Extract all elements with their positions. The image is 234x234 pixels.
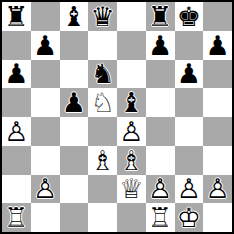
square-c5[interactable]: ♟ bbox=[60, 88, 89, 117]
piece-white-bishop: ♝♗ bbox=[117, 146, 146, 175]
square-c1[interactable] bbox=[60, 203, 89, 232]
square-g2[interactable]: ♟♙ bbox=[175, 175, 204, 204]
black-pawn-glyph: ♟ bbox=[2, 60, 31, 89]
square-e5[interactable]: ♝ bbox=[117, 88, 146, 117]
square-e1[interactable] bbox=[117, 203, 146, 232]
square-d8[interactable]: ♛ bbox=[88, 2, 117, 31]
white-pawn-glyph: ♙ bbox=[203, 175, 232, 204]
piece-white-rook: ♜♖ bbox=[2, 203, 31, 232]
piece-black-pawn: ♟ bbox=[175, 60, 204, 89]
piece-white-pawn: ♟♙ bbox=[146, 175, 175, 204]
piece-black-pawn: ♟ bbox=[31, 31, 60, 60]
piece-white-pawn: ♟♙ bbox=[2, 117, 31, 146]
white-pawn-glyph: ♙ bbox=[2, 117, 31, 146]
piece-black-pawn: ♟ bbox=[2, 60, 31, 89]
square-d7[interactable] bbox=[88, 31, 117, 60]
piece-black-rook: ♜ bbox=[2, 2, 31, 31]
square-a8[interactable]: ♜ bbox=[2, 2, 31, 31]
square-c6[interactable] bbox=[60, 60, 89, 89]
white-rook-glyph: ♖ bbox=[146, 203, 175, 232]
square-h6[interactable] bbox=[203, 60, 232, 89]
white-king-glyph: ♔ bbox=[175, 203, 204, 232]
piece-white-queen: ♛♕ bbox=[117, 175, 146, 204]
square-f6[interactable] bbox=[146, 60, 175, 89]
piece-black-pawn: ♟ bbox=[203, 31, 232, 60]
square-d2[interactable] bbox=[88, 175, 117, 204]
piece-black-bishop: ♝ bbox=[117, 88, 146, 117]
square-h5[interactable] bbox=[203, 88, 232, 117]
piece-black-pawn: ♟ bbox=[146, 31, 175, 60]
square-e8[interactable] bbox=[117, 2, 146, 31]
square-a6[interactable]: ♟ bbox=[2, 60, 31, 89]
square-f5[interactable] bbox=[146, 88, 175, 117]
square-c7[interactable] bbox=[60, 31, 89, 60]
piece-white-pawn: ♟♙ bbox=[203, 175, 232, 204]
square-c2[interactable] bbox=[60, 175, 89, 204]
black-pawn-glyph: ♟ bbox=[146, 31, 175, 60]
square-g1[interactable]: ♚♔ bbox=[175, 203, 204, 232]
white-knight-glyph: ♘ bbox=[88, 88, 117, 117]
piece-black-queen: ♛ bbox=[88, 2, 117, 31]
square-a3[interactable] bbox=[2, 146, 31, 175]
square-e2[interactable]: ♛♕ bbox=[117, 175, 146, 204]
piece-white-pawn: ♟♙ bbox=[175, 175, 204, 204]
square-d3[interactable]: ♝♗ bbox=[88, 146, 117, 175]
piece-black-bishop: ♝ bbox=[60, 2, 89, 31]
square-b8[interactable] bbox=[31, 2, 60, 31]
square-b2[interactable]: ♟♙ bbox=[31, 175, 60, 204]
white-queen-glyph: ♕ bbox=[117, 175, 146, 204]
piece-black-king: ♚ bbox=[175, 2, 204, 31]
square-h8[interactable] bbox=[203, 2, 232, 31]
white-rook-glyph: ♖ bbox=[2, 203, 31, 232]
white-bishop-glyph: ♗ bbox=[117, 146, 146, 175]
square-g5[interactable] bbox=[175, 88, 204, 117]
square-f8[interactable]: ♜ bbox=[146, 2, 175, 31]
square-f2[interactable]: ♟♙ bbox=[146, 175, 175, 204]
white-pawn-glyph: ♙ bbox=[175, 175, 204, 204]
black-queen-glyph: ♛ bbox=[88, 2, 117, 31]
square-b6[interactable] bbox=[31, 60, 60, 89]
square-d5[interactable]: ♞♘ bbox=[88, 88, 117, 117]
piece-white-pawn: ♟♙ bbox=[31, 175, 60, 204]
square-f7[interactable]: ♟ bbox=[146, 31, 175, 60]
square-e7[interactable] bbox=[117, 31, 146, 60]
square-g8[interactable]: ♚ bbox=[175, 2, 204, 31]
black-rook-glyph: ♜ bbox=[2, 2, 31, 31]
piece-white-pawn: ♟♙ bbox=[117, 117, 146, 146]
black-king-glyph: ♚ bbox=[175, 2, 204, 31]
square-a7[interactable] bbox=[2, 31, 31, 60]
square-b4[interactable] bbox=[31, 117, 60, 146]
black-bishop-glyph: ♝ bbox=[60, 2, 89, 31]
square-g6[interactable]: ♟ bbox=[175, 60, 204, 89]
square-b1[interactable] bbox=[31, 203, 60, 232]
square-h3[interactable] bbox=[203, 146, 232, 175]
square-a4[interactable]: ♟♙ bbox=[2, 117, 31, 146]
square-d4[interactable] bbox=[88, 117, 117, 146]
white-pawn-glyph: ♙ bbox=[146, 175, 175, 204]
square-b5[interactable] bbox=[31, 88, 60, 117]
white-bishop-glyph: ♗ bbox=[88, 146, 117, 175]
white-pawn-glyph: ♙ bbox=[31, 175, 60, 204]
square-b3[interactable] bbox=[31, 146, 60, 175]
square-g4[interactable] bbox=[175, 117, 204, 146]
square-e3[interactable]: ♝♗ bbox=[117, 146, 146, 175]
square-h2[interactable]: ♟♙ bbox=[203, 175, 232, 204]
piece-black-rook: ♜ bbox=[146, 2, 175, 31]
piece-black-knight: ♞ bbox=[88, 60, 117, 89]
square-a2[interactable] bbox=[2, 175, 31, 204]
square-d6[interactable]: ♞ bbox=[88, 60, 117, 89]
square-h7[interactable]: ♟ bbox=[203, 31, 232, 60]
piece-white-bishop: ♝♗ bbox=[88, 146, 117, 175]
square-h1[interactable] bbox=[203, 203, 232, 232]
square-e4[interactable]: ♟♙ bbox=[117, 117, 146, 146]
square-c3[interactable] bbox=[60, 146, 89, 175]
black-pawn-glyph: ♟ bbox=[175, 60, 204, 89]
square-f3[interactable] bbox=[146, 146, 175, 175]
square-g7[interactable] bbox=[175, 31, 204, 60]
square-h4[interactable] bbox=[203, 117, 232, 146]
square-c4[interactable] bbox=[60, 117, 89, 146]
square-e6[interactable] bbox=[117, 60, 146, 89]
white-pawn-glyph: ♙ bbox=[117, 117, 146, 146]
square-f4[interactable] bbox=[146, 117, 175, 146]
piece-white-knight: ♞♘ bbox=[88, 88, 117, 117]
black-knight-glyph: ♞ bbox=[88, 60, 117, 89]
chess-board: ♜♝♛♜♚♟♟♟♟♞♟♟♞♘♝♟♙♟♙♝♗♝♗♟♙♛♕♟♙♟♙♟♙♜♖♜♖♚♔ bbox=[0, 0, 234, 234]
piece-black-pawn: ♟ bbox=[60, 88, 89, 117]
black-pawn-glyph: ♟ bbox=[31, 31, 60, 60]
black-rook-glyph: ♜ bbox=[146, 2, 175, 31]
black-pawn-glyph: ♟ bbox=[203, 31, 232, 60]
square-c8[interactable]: ♝ bbox=[60, 2, 89, 31]
square-f1[interactable]: ♜♖ bbox=[146, 203, 175, 232]
square-a1[interactable]: ♜♖ bbox=[2, 203, 31, 232]
square-b7[interactable]: ♟ bbox=[31, 31, 60, 60]
black-bishop-glyph: ♝ bbox=[117, 88, 146, 117]
square-a5[interactable] bbox=[2, 88, 31, 117]
black-pawn-glyph: ♟ bbox=[60, 88, 89, 117]
square-d1[interactable] bbox=[88, 203, 117, 232]
piece-white-king: ♚♔ bbox=[175, 203, 204, 232]
piece-white-rook: ♜♖ bbox=[146, 203, 175, 232]
square-g3[interactable] bbox=[175, 146, 204, 175]
